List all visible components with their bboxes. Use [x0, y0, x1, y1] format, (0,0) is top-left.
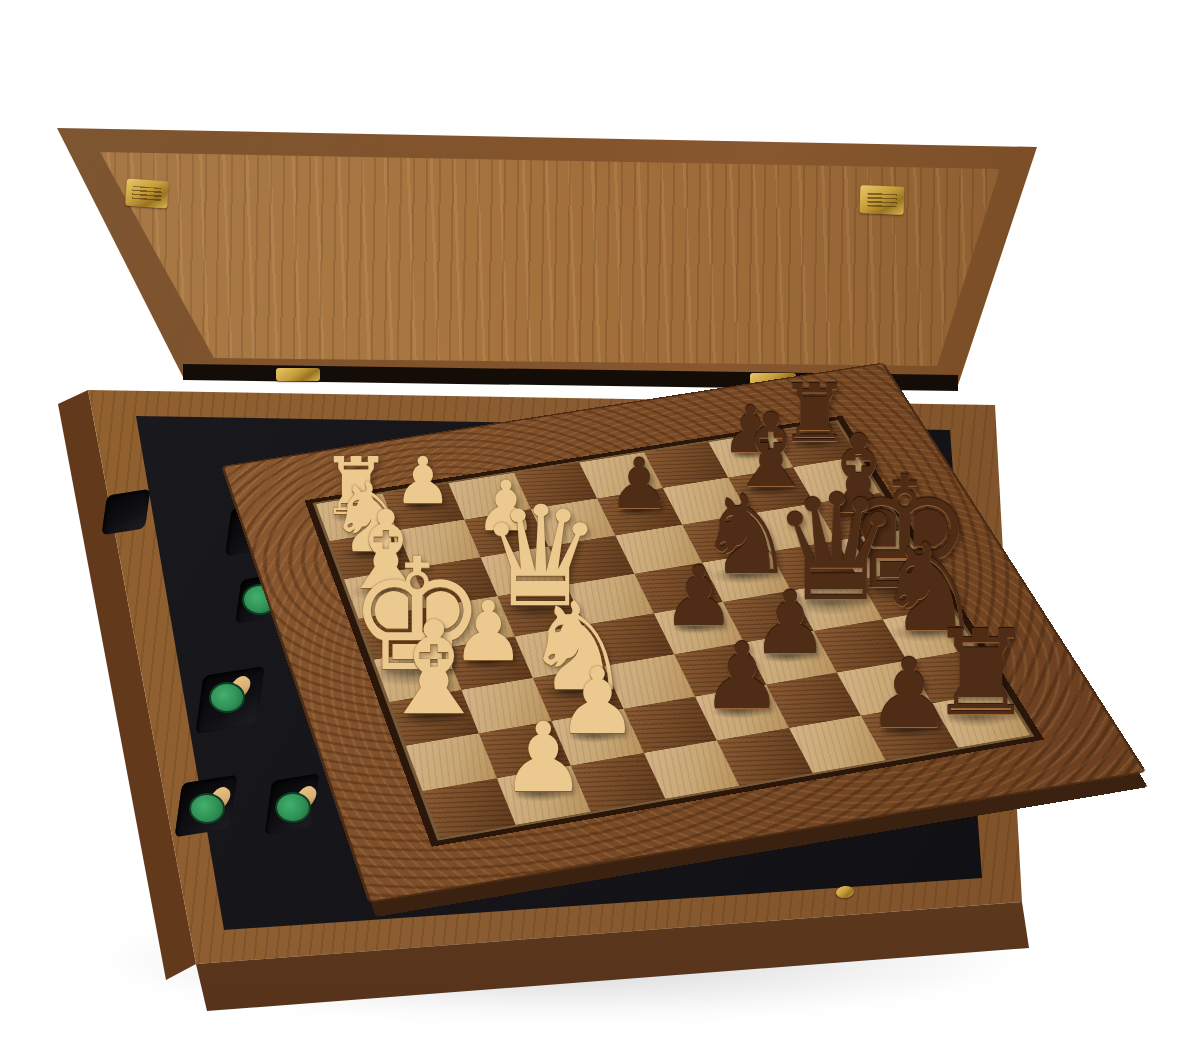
brass-logo-plaque-right	[860, 185, 905, 215]
brass-logo-engraving-icon	[132, 186, 162, 202]
piece-white-pawn-h2[interactable]: ♟	[500, 710, 586, 806]
piece-white-bishop-f1[interactable]: ♝	[376, 604, 491, 733]
chess-set-photo: ♜♝♚♞♜♟♝♛♟♞♟♟♟♟♟♛♞♟♟♟♟♜♞♝♚♝	[0, 0, 1200, 1038]
piece-black-pawn-h7[interactable]: ♟	[866, 647, 952, 743]
brass-logo-plaque-left	[125, 179, 169, 209]
green-felt-base	[275, 792, 311, 823]
piece-black-pawn-b5[interactable]: ♟	[608, 451, 670, 520]
piece-black-pawn-g5[interactable]: ♟	[701, 631, 783, 723]
green-felt-base	[189, 793, 225, 824]
green-felt-base	[209, 682, 245, 713]
brass-logo-engraving-icon	[866, 192, 897, 207]
brass-hinge-left-icon	[276, 368, 320, 381]
